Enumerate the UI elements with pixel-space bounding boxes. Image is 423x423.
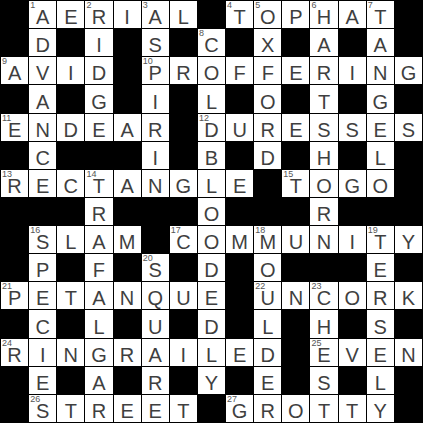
cell-r8c11[interactable]: N [310,226,337,253]
cell-r12c13[interactable]: E [367,339,394,366]
cell-letter: T [310,92,337,112]
black-cell [57,198,84,225]
cell-r0c10[interactable]: P [282,1,309,28]
cell-r8c13[interactable]: 19T [367,226,394,253]
cell-r9c3[interactable]: F [85,254,112,281]
cell-letter: A [339,7,366,27]
cell-r2c14[interactable]: G [395,57,422,84]
cell-letter: L [367,148,394,168]
cell-r9c7[interactable]: D [198,254,225,281]
cell-letter: A [85,373,112,393]
cell-r8c6[interactable]: 17C [170,226,197,253]
cell-letter: B [198,148,225,168]
cell-r10c9[interactable]: 22U [254,282,281,309]
cell-letter: R [114,345,141,365]
cell-letter: S [367,317,394,337]
cell-r10c6[interactable]: U [170,282,197,309]
black-cell [226,29,253,56]
cell-r4c0[interactable]: 11E [1,114,28,141]
black-cell [1,29,28,56]
black-cell [395,1,422,28]
cell-r9c1[interactable]: P [29,254,56,281]
black-cell [170,254,197,281]
black-cell [1,310,28,337]
cell-r12c5[interactable]: A [142,339,169,366]
cell-r10c3[interactable]: A [85,282,112,309]
cell-letter: O [198,63,225,83]
cell-r14c1[interactable]: 26S [29,395,56,422]
cell-letter: Y [395,232,422,252]
cell-r4c11[interactable]: S [310,114,337,141]
cell-letter: G [395,63,422,83]
black-cell [395,395,422,422]
black-cell [114,254,141,281]
cell-r9c13[interactable]: E [367,254,394,281]
cell-letter: C [170,232,197,252]
cell-letter: E [29,288,56,308]
cell-r8c7[interactable]: O [198,226,225,253]
cell-r6c12[interactable]: G [339,170,366,197]
crossword-grid: 1AE2RI3AL4T5OP6HA7TDIS8CXAA9AVID10PROFFE… [0,0,423,423]
cell-r8c3[interactable]: A [85,226,112,253]
cell-r6c11[interactable]: O [310,170,337,197]
black-cell [226,367,253,394]
cell-r5c1[interactable]: C [29,142,56,169]
cell-letter: R [85,401,112,421]
cell-r2c12[interactable]: I [339,57,366,84]
cell-r4c9[interactable]: R [254,114,281,141]
black-cell [254,170,281,197]
cell-letter: T [282,176,309,196]
cell-letter: E [114,401,141,421]
cell-r1c9[interactable]: X [254,29,281,56]
cell-letter: C [29,148,56,168]
cell-letter: P [29,260,56,280]
cell-r2c8[interactable]: F [226,57,253,84]
cell-r8c1[interactable]: 16S [29,226,56,253]
cell-letter: A [85,288,112,308]
black-cell [57,310,84,337]
cell-letter: S [310,120,337,140]
cell-r6c6[interactable]: G [170,170,197,197]
cell-letter: M [226,232,253,252]
black-cell [1,142,28,169]
cell-r0c12[interactable]: A [339,1,366,28]
cell-r13c13[interactable]: L [367,367,394,394]
cell-r6c1[interactable]: E [29,170,56,197]
cell-r10c0[interactable]: 21P [1,282,28,309]
cell-r14c9[interactable]: R [254,395,281,422]
cell-r4c1[interactable]: N [29,114,56,141]
cell-letter: R [310,204,337,224]
cell-r11c7[interactable]: D [198,310,225,337]
cell-letter: D [198,120,225,140]
cell-letter: U [282,232,309,252]
cell-r1c1[interactable]: D [29,29,56,56]
cell-r1c13[interactable]: A [367,29,394,56]
cell-r3c1[interactable]: A [29,85,56,112]
cell-r2c10[interactable]: E [282,57,309,84]
cell-letter: F [85,260,112,280]
cell-letter: I [85,35,112,55]
cell-r10c12[interactable]: O [339,282,366,309]
cell-letter: E [226,345,253,365]
cell-letter: S [142,260,169,280]
cell-letter: D [85,63,112,83]
cell-r2c6[interactable]: R [170,57,197,84]
cell-r7c7[interactable]: O [198,198,225,225]
cell-r8c12[interactable]: I [339,226,366,253]
cell-letter: E [367,120,394,140]
cell-letter: T [310,401,337,421]
cell-letter: P [142,63,169,83]
black-cell [282,198,309,225]
cell-r8c8[interactable]: M [226,226,253,253]
cell-letter: I [339,63,366,83]
cell-letter: Y [367,401,394,421]
cell-letter: C [29,317,56,337]
cell-r13c1[interactable]: E [29,367,56,394]
cell-r11c5[interactable]: U [142,310,169,337]
cell-letter: A [142,7,169,27]
cell-letter: A [114,176,141,196]
cell-r3c5[interactable]: I [142,85,169,112]
cell-letter: D [29,35,56,55]
cell-letter: O [198,204,225,224]
cell-r12c1[interactable]: I [29,339,56,366]
cell-r6c4[interactable]: A [114,170,141,197]
cell-r12c0[interactable]: 24R [1,339,28,366]
black-cell [1,85,28,112]
cell-r3c13[interactable]: G [367,85,394,112]
cell-r6c5[interactable]: N [142,170,169,197]
cell-letter: S [142,35,169,55]
cell-letter: E [367,345,394,365]
black-cell [226,254,253,281]
cell-r12c9[interactable]: D [254,339,281,366]
cell-letter: O [367,176,394,196]
cell-r1c11[interactable]: A [310,29,337,56]
black-cell [282,367,309,394]
cell-letter: C [198,35,225,55]
cell-letter: G [367,92,394,112]
cell-letter: E [254,373,281,393]
black-cell [395,254,422,281]
black-cell [1,226,28,253]
cell-r0c11[interactable]: 6H [310,1,337,28]
cell-r12c6[interactable]: I [170,339,197,366]
cell-letter: O [254,260,281,280]
cell-r2c11[interactable]: R [310,57,337,84]
cell-letter: R [142,373,169,393]
black-cell [282,310,309,337]
cell-r14c12[interactable]: T [339,395,366,422]
cell-r3c11[interactable]: T [310,85,337,112]
cell-r3c9[interactable]: O [254,85,281,112]
black-cell [226,85,253,112]
cell-r10c14[interactable]: K [395,282,422,309]
cell-letter: I [114,7,141,27]
cell-letter: U [226,120,253,140]
cell-r14c8[interactable]: 27G [226,395,253,422]
black-cell [142,226,169,253]
cell-r0c3[interactable]: 2R [85,1,112,28]
cell-letter: R [367,288,394,308]
black-cell [339,198,366,225]
cell-r8c14[interactable]: Y [395,226,422,253]
cell-r5c5[interactable]: I [142,142,169,169]
cell-letter: U [170,288,197,308]
cell-r2c5[interactable]: 10P [142,57,169,84]
black-cell [339,310,366,337]
cell-letter: T [367,7,394,27]
cell-letter: E [29,373,56,393]
cell-r13c5[interactable]: R [142,367,169,394]
cell-letter: R [1,345,28,365]
black-cell [282,339,309,366]
cell-letter: T [85,176,112,196]
cell-letter: T [367,232,394,252]
cell-r14c11[interactable]: T [310,395,337,422]
cell-r1c5[interactable]: S [142,29,169,56]
cell-letter: O [310,176,337,196]
cell-r10c13[interactable]: R [367,282,394,309]
cell-r4c3[interactable]: E [85,114,112,141]
cell-letter: R [1,176,28,196]
cell-r12c14[interactable]: N [395,339,422,366]
cell-letter: O [254,7,281,27]
cell-r0c6[interactable]: L [170,1,197,28]
black-cell [1,395,28,422]
cell-r3c3[interactable]: G [85,85,112,112]
cell-r12c3[interactable]: G [85,339,112,366]
cell-r6c3[interactable]: 14T [85,170,112,197]
cell-r14c2[interactable]: T [57,395,84,422]
cell-letter: C [310,288,337,308]
cell-r10c5[interactable]: Q [142,282,169,309]
cell-r3c7[interactable]: L [198,85,225,112]
cell-letter: R [310,63,337,83]
cell-letter: G [85,345,112,365]
cell-letter: T [57,401,84,421]
cell-r6c13[interactable]: O [367,170,394,197]
cell-letter: E [142,401,169,421]
cell-r10c10[interactable]: N [282,282,309,309]
cell-r4c10[interactable]: E [282,114,309,141]
cell-r12c12[interactable]: V [339,339,366,366]
cell-r0c2[interactable]: E [57,1,84,28]
cell-letter: U [142,317,169,337]
cell-letter: S [29,232,56,252]
cell-letter: S [29,401,56,421]
cell-letter: F [254,63,281,83]
cell-letter: C [57,176,84,196]
cell-r2c0[interactable]: 9A [1,57,28,84]
cell-letter: S [395,120,422,140]
cell-r12c8[interactable]: E [226,339,253,366]
cell-r9c5[interactable]: 20S [142,254,169,281]
cell-letter: L [367,373,394,393]
cell-r4c2[interactable]: D [57,114,84,141]
cell-letter: Y [198,373,225,393]
black-cell [339,29,366,56]
cell-r0c8[interactable]: 4T [226,1,253,28]
cell-r12c11[interactable]: 25E [310,339,337,366]
cell-letter: H [310,317,337,337]
cell-letter: L [198,176,225,196]
cell-letter: D [254,345,281,365]
black-cell [310,254,337,281]
cell-r2c1[interactable]: V [29,57,56,84]
cell-letter: L [198,345,225,365]
cell-letter: I [142,148,169,168]
cell-r11c1[interactable]: C [29,310,56,337]
cell-r12c2[interactable]: N [57,339,84,366]
cell-letter: I [29,345,56,365]
cell-r0c4[interactable]: I [114,1,141,28]
cell-r5c7[interactable]: B [198,142,225,169]
cell-letter: H [310,148,337,168]
cell-r4c14[interactable]: S [395,114,422,141]
black-cell [226,142,253,169]
cell-r0c9[interactable]: 5O [254,1,281,28]
cell-r13c9[interactable]: E [254,367,281,394]
cell-letter: E [198,288,225,308]
cell-r1c7[interactable]: 8C [198,29,225,56]
cell-r13c3[interactable]: A [85,367,112,394]
cell-r8c2[interactable]: L [57,226,84,253]
black-cell [226,310,253,337]
cell-r5c9[interactable]: D [254,142,281,169]
cell-letter: E [85,120,112,140]
cell-r2c9[interactable]: F [254,57,281,84]
black-cell [367,198,394,225]
black-cell [339,367,366,394]
cell-letter: X [254,35,281,55]
cell-r6c0[interactable]: 13R [1,170,28,197]
cell-letter: K [395,288,422,308]
cell-r12c4[interactable]: R [114,339,141,366]
cell-r14c5[interactable]: E [142,395,169,422]
black-cell [170,142,197,169]
cell-letter: A [1,63,28,83]
cell-r0c1[interactable]: 1A [29,1,56,28]
cell-r11c11[interactable]: H [310,310,337,337]
cell-r2c7[interactable]: O [198,57,225,84]
cell-letter: G [226,401,253,421]
cell-letter: Q [142,288,169,308]
cell-letter: R [254,401,281,421]
cell-r14c13[interactable]: Y [367,395,394,422]
cell-r6c10[interactable]: 15T [282,170,309,197]
cell-r6c7[interactable]: L [198,170,225,197]
cell-r11c3[interactable]: L [85,310,112,337]
cell-r2c2[interactable]: I [57,57,84,84]
cell-r10c2[interactable]: T [57,282,84,309]
cell-letter: E [282,63,309,83]
cell-letter: D [254,148,281,168]
cell-r8c10[interactable]: U [282,226,309,253]
cell-letter: T [57,288,84,308]
cell-letter: L [198,92,225,112]
cell-r14c10[interactable]: O [282,395,309,422]
cell-r11c9[interactable]: L [254,310,281,337]
cell-r10c7[interactable]: E [198,282,225,309]
cell-r0c5[interactable]: 3A [142,1,169,28]
cell-letter: A [310,35,337,55]
cell-r6c8[interactable]: E [226,170,253,197]
cell-r4c8[interactable]: U [226,114,253,141]
black-cell [395,367,422,394]
cell-r8c9[interactable]: 18M [254,226,281,253]
cell-r14c4[interactable]: E [114,395,141,422]
black-cell [282,254,309,281]
cell-r5c11[interactable]: H [310,142,337,169]
black-cell [339,142,366,169]
cell-letter: A [114,120,141,140]
cell-letter: P [282,7,309,27]
black-cell [114,198,141,225]
cell-r2c13[interactable]: N [367,57,394,84]
black-cell [114,57,141,84]
cell-r13c7[interactable]: Y [198,367,225,394]
cell-letter: N [367,63,394,83]
cell-r4c7[interactable]: 12D [198,114,225,141]
cell-r9c9[interactable]: O [254,254,281,281]
cell-r10c4[interactable]: N [114,282,141,309]
cell-r1c3[interactable]: I [85,29,112,56]
cell-r4c5[interactable]: R [142,114,169,141]
cell-r6c2[interactable]: C [57,170,84,197]
black-cell [57,85,84,112]
black-cell [395,198,422,225]
cell-letter: N [114,288,141,308]
black-cell [114,29,141,56]
cell-letter: T [170,401,197,421]
cell-letter: H [310,7,337,27]
cell-r7c11[interactable]: R [310,198,337,225]
cell-r4c4[interactable]: A [114,114,141,141]
cell-r13c11[interactable]: S [310,367,337,394]
cell-r11c13[interactable]: S [367,310,394,337]
cell-letter: E [367,260,394,280]
cell-r5c13[interactable]: L [367,142,394,169]
black-cell [57,254,84,281]
black-cell [1,254,28,281]
cell-r14c6[interactable]: T [170,395,197,422]
cell-r12c7[interactable]: L [198,339,225,366]
cell-letter: N [29,120,56,140]
cell-letter: L [57,232,84,252]
cell-r10c11[interactable]: 23C [310,282,337,309]
cell-r4c12[interactable]: S [339,114,366,141]
black-cell [114,367,141,394]
cell-r0c13[interactable]: 7T [367,1,394,28]
black-cell [170,29,197,56]
cell-r10c1[interactable]: E [29,282,56,309]
cell-r2c3[interactable]: D [85,57,112,84]
cell-letter: R [254,120,281,140]
cell-r8c4[interactable]: M [114,226,141,253]
cell-letter: L [170,7,197,27]
cell-r14c3[interactable]: R [85,395,112,422]
cell-r7c3[interactable]: R [85,198,112,225]
black-cell [1,1,28,28]
black-cell [198,395,225,422]
cell-letter: I [170,345,197,365]
cell-r4c13[interactable]: E [367,114,394,141]
cell-letter: S [339,120,366,140]
